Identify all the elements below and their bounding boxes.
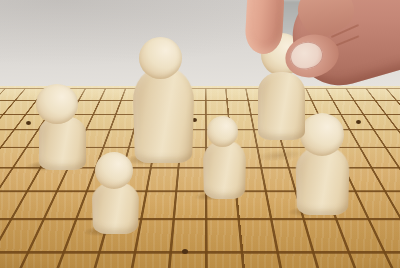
doll-body [203,140,247,199]
doll-body [132,67,195,163]
star-point-right [356,120,361,124]
doll-head [139,37,182,79]
doll-body [39,116,86,170]
doll-head [36,84,78,124]
doll-body [258,72,305,140]
doll-body [92,182,140,234]
doll-head [207,116,238,147]
star-point-front [182,249,188,254]
photo-scene [0,0,400,268]
star-point-left [26,121,31,125]
doll-head [95,152,133,189]
